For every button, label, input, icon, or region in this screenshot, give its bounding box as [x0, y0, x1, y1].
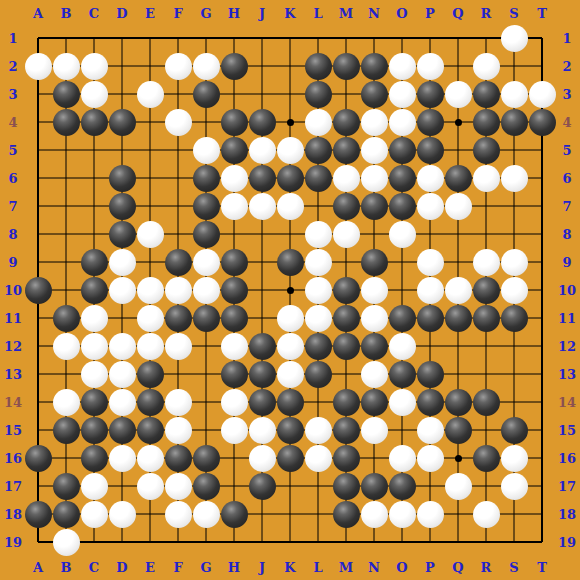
white-stone-O18: [389, 501, 416, 528]
white-stone-L15: [305, 417, 332, 444]
white-stone-H12: [221, 333, 248, 360]
col-label-bottom-E: E: [145, 561, 155, 574]
col-label-bottom-O: O: [396, 561, 407, 574]
col-label-top-G: G: [200, 7, 211, 20]
col-label-bottom-G: G: [200, 561, 211, 574]
go-client-window: { "game": "go", "board": { "size": 19, "…: [0, 0, 580, 580]
black-stone-B4: [53, 109, 80, 136]
star-point-K10: [287, 287, 294, 294]
white-stone-F18: [165, 501, 192, 528]
col-label-bottom-L: L: [313, 561, 322, 574]
row-label-right-13: 13: [558, 368, 576, 381]
white-stone-E3: [137, 81, 164, 108]
white-stone-H7: [221, 193, 248, 220]
black-stone-K16: [277, 445, 304, 472]
white-stone-E11: [137, 305, 164, 332]
col-label-top-A: A: [33, 7, 43, 20]
black-stone-C14: [81, 389, 108, 416]
black-stone-P11: [417, 305, 444, 332]
black-stone-R5: [473, 137, 500, 164]
black-stone-C9: [81, 249, 108, 276]
row-label-left-10: 10: [4, 284, 22, 297]
black-stone-F11: [165, 305, 192, 332]
white-stone-D18: [109, 501, 136, 528]
row-label-left-3: 3: [8, 88, 17, 101]
black-stone-M2: [333, 53, 360, 80]
white-stone-P2: [417, 53, 444, 80]
black-stone-Q15: [445, 417, 472, 444]
black-stone-M4: [333, 109, 360, 136]
white-stone-J5: [249, 137, 276, 164]
black-stone-N12: [361, 333, 388, 360]
white-stone-P15: [417, 417, 444, 444]
white-stone-D10: [109, 277, 136, 304]
white-stone-S9: [501, 249, 528, 276]
white-stone-D13: [109, 361, 136, 388]
black-stone-R14: [473, 389, 500, 416]
black-stone-B11: [53, 305, 80, 332]
row-label-left-17: 17: [4, 480, 22, 493]
black-stone-L12: [305, 333, 332, 360]
black-stone-J13: [249, 361, 276, 388]
black-stone-C15: [81, 417, 108, 444]
row-label-right-3: 3: [562, 88, 571, 101]
row-label-right-4: 4: [562, 116, 571, 129]
white-stone-H14: [221, 389, 248, 416]
col-label-bottom-T: T: [537, 561, 547, 574]
white-stone-G18: [193, 501, 220, 528]
white-stone-Q10: [445, 277, 472, 304]
black-stone-M15: [333, 417, 360, 444]
white-stone-R9: [473, 249, 500, 276]
white-stone-E8: [137, 221, 164, 248]
col-label-bottom-Q: Q: [452, 561, 463, 574]
white-stone-D12: [109, 333, 136, 360]
white-stone-E12: [137, 333, 164, 360]
black-stone-S11: [501, 305, 528, 332]
col-label-bottom-D: D: [116, 561, 127, 574]
col-label-top-P: P: [425, 7, 435, 20]
black-stone-J6: [249, 165, 276, 192]
black-stone-H5: [221, 137, 248, 164]
col-label-top-B: B: [61, 7, 72, 20]
white-stone-F2: [165, 53, 192, 80]
black-stone-F9: [165, 249, 192, 276]
row-label-left-13: 13: [4, 368, 22, 381]
white-stone-S17: [501, 473, 528, 500]
black-stone-M17: [333, 473, 360, 500]
white-stone-C2: [81, 53, 108, 80]
col-label-bottom-F: F: [173, 561, 182, 574]
black-stone-O6: [389, 165, 416, 192]
col-label-bottom-M: M: [339, 561, 353, 574]
white-stone-M6: [333, 165, 360, 192]
col-label-bottom-B: B: [61, 561, 72, 574]
white-stone-E17: [137, 473, 164, 500]
black-stone-G6: [193, 165, 220, 192]
white-stone-J15: [249, 417, 276, 444]
row-label-left-11: 11: [4, 312, 22, 325]
white-stone-J16: [249, 445, 276, 472]
black-stone-L2: [305, 53, 332, 80]
white-stone-H6: [221, 165, 248, 192]
white-stone-R6: [473, 165, 500, 192]
star-point-Q16: [455, 455, 462, 462]
white-stone-Q17: [445, 473, 472, 500]
black-stone-S4: [501, 109, 528, 136]
col-label-top-C: C: [89, 7, 99, 20]
white-stone-L16: [305, 445, 332, 472]
white-stone-J7: [249, 193, 276, 220]
row-label-left-5: 5: [8, 144, 17, 157]
black-stone-O17: [389, 473, 416, 500]
col-label-top-L: L: [313, 7, 322, 20]
white-stone-P7: [417, 193, 444, 220]
black-stone-O11: [389, 305, 416, 332]
white-stone-K11: [277, 305, 304, 332]
row-label-right-1: 1: [562, 32, 571, 45]
row-label-right-7: 7: [562, 200, 571, 213]
white-stone-O16: [389, 445, 416, 472]
black-stone-E15: [137, 417, 164, 444]
white-stone-R2: [473, 53, 500, 80]
row-label-right-5: 5: [562, 144, 571, 157]
row-label-left-14: 14: [4, 396, 22, 409]
black-stone-M11: [333, 305, 360, 332]
black-stone-H13: [221, 361, 248, 388]
col-label-top-H: H: [228, 7, 240, 20]
black-stone-J14: [249, 389, 276, 416]
black-stone-B18: [53, 501, 80, 528]
black-stone-O13: [389, 361, 416, 388]
row-label-left-8: 8: [8, 228, 17, 241]
black-stone-M18: [333, 501, 360, 528]
black-stone-M10: [333, 277, 360, 304]
col-label-bottom-A: A: [33, 561, 43, 574]
white-stone-O3: [389, 81, 416, 108]
row-label-right-2: 2: [562, 60, 571, 73]
white-stone-D14: [109, 389, 136, 416]
white-stone-T3: [529, 81, 556, 108]
black-stone-K9: [277, 249, 304, 276]
row-label-right-19: 19: [558, 536, 576, 549]
black-stone-P13: [417, 361, 444, 388]
col-label-bottom-H: H: [228, 561, 240, 574]
white-stone-C18: [81, 501, 108, 528]
white-stone-D9: [109, 249, 136, 276]
row-label-left-9: 9: [8, 256, 17, 269]
white-stone-N11: [361, 305, 388, 332]
go-board[interactable]: AABBCCDDEEFFGGHHJJKKLLMMNNOOPPQQRRSSTT11…: [0, 0, 580, 580]
black-stone-H2: [221, 53, 248, 80]
white-stone-G10: [193, 277, 220, 304]
black-stone-B15: [53, 417, 80, 444]
white-stone-S16: [501, 445, 528, 472]
black-stone-R11: [473, 305, 500, 332]
black-stone-P14: [417, 389, 444, 416]
white-stone-F15: [165, 417, 192, 444]
black-stone-P4: [417, 109, 444, 136]
black-stone-J4: [249, 109, 276, 136]
white-stone-C12: [81, 333, 108, 360]
row-label-right-6: 6: [562, 172, 571, 185]
black-stone-H9: [221, 249, 248, 276]
black-stone-N7: [361, 193, 388, 220]
white-stone-F12: [165, 333, 192, 360]
white-stone-B12: [53, 333, 80, 360]
black-stone-M16: [333, 445, 360, 472]
col-label-bottom-R: R: [481, 561, 492, 574]
white-stone-P16: [417, 445, 444, 472]
white-stone-G9: [193, 249, 220, 276]
white-stone-N18: [361, 501, 388, 528]
black-stone-G8: [193, 221, 220, 248]
col-label-top-N: N: [368, 7, 380, 20]
white-stone-K7: [277, 193, 304, 220]
black-stone-M7: [333, 193, 360, 220]
row-label-right-9: 9: [562, 256, 571, 269]
white-stone-F4: [165, 109, 192, 136]
black-stone-N2: [361, 53, 388, 80]
col-label-top-O: O: [396, 7, 407, 20]
white-stone-K13: [277, 361, 304, 388]
white-stone-S3: [501, 81, 528, 108]
black-stone-B17: [53, 473, 80, 500]
col-label-top-K: K: [284, 7, 295, 20]
col-label-bottom-N: N: [368, 561, 380, 574]
white-stone-C11: [81, 305, 108, 332]
black-stone-R4: [473, 109, 500, 136]
black-stone-P5: [417, 137, 444, 164]
black-stone-C16: [81, 445, 108, 472]
white-stone-H15: [221, 417, 248, 444]
white-stone-E10: [137, 277, 164, 304]
black-stone-Q6: [445, 165, 472, 192]
white-stone-Q3: [445, 81, 472, 108]
black-stone-T4: [529, 109, 556, 136]
white-stone-N5: [361, 137, 388, 164]
white-stone-L8: [305, 221, 332, 248]
black-stone-N9: [361, 249, 388, 276]
star-point-K4: [287, 119, 294, 126]
white-stone-R18: [473, 501, 500, 528]
white-stone-A2: [25, 53, 52, 80]
black-stone-J17: [249, 473, 276, 500]
black-stone-C4: [81, 109, 108, 136]
row-label-right-15: 15: [558, 424, 576, 437]
col-label-top-E: E: [145, 7, 155, 20]
black-stone-L6: [305, 165, 332, 192]
black-stone-M12: [333, 333, 360, 360]
col-label-top-M: M: [339, 7, 353, 20]
col-label-bottom-P: P: [425, 561, 435, 574]
black-stone-A10: [25, 277, 52, 304]
white-stone-S10: [501, 277, 528, 304]
col-label-bottom-K: K: [284, 561, 295, 574]
white-stone-E16: [137, 445, 164, 472]
black-stone-O7: [389, 193, 416, 220]
black-stone-G17: [193, 473, 220, 500]
white-stone-C13: [81, 361, 108, 388]
white-stone-S1: [501, 25, 528, 52]
row-label-right-17: 17: [558, 480, 576, 493]
black-stone-L5: [305, 137, 332, 164]
white-stone-N10: [361, 277, 388, 304]
black-stone-D7: [109, 193, 136, 220]
row-label-right-14: 14: [558, 396, 576, 409]
white-stone-F10: [165, 277, 192, 304]
row-label-right-16: 16: [558, 452, 576, 465]
white-stone-M8: [333, 221, 360, 248]
white-stone-P10: [417, 277, 444, 304]
white-stone-B19: [53, 529, 80, 556]
black-stone-N3: [361, 81, 388, 108]
white-stone-P6: [417, 165, 444, 192]
black-stone-K14: [277, 389, 304, 416]
black-stone-E13: [137, 361, 164, 388]
row-label-right-8: 8: [562, 228, 571, 241]
black-stone-J12: [249, 333, 276, 360]
black-stone-Q14: [445, 389, 472, 416]
black-stone-D8: [109, 221, 136, 248]
col-label-top-J: J: [259, 7, 265, 20]
black-stone-A16: [25, 445, 52, 472]
black-stone-M14: [333, 389, 360, 416]
black-stone-D4: [109, 109, 136, 136]
row-label-left-12: 12: [4, 340, 22, 353]
white-stone-O4: [389, 109, 416, 136]
white-stone-O12: [389, 333, 416, 360]
white-stone-O8: [389, 221, 416, 248]
black-stone-H10: [221, 277, 248, 304]
black-stone-K15: [277, 417, 304, 444]
white-stone-O2: [389, 53, 416, 80]
col-label-top-R: R: [481, 7, 492, 20]
white-stone-C3: [81, 81, 108, 108]
white-stone-L4: [305, 109, 332, 136]
col-label-top-F: F: [173, 7, 182, 20]
black-stone-B3: [53, 81, 80, 108]
col-label-bottom-C: C: [89, 561, 99, 574]
white-stone-G2: [193, 53, 220, 80]
black-stone-D15: [109, 417, 136, 444]
white-stone-B2: [53, 53, 80, 80]
star-point-Q4: [455, 119, 462, 126]
black-stone-G11: [193, 305, 220, 332]
row-label-left-2: 2: [8, 60, 17, 73]
row-label-left-6: 6: [8, 172, 17, 185]
col-label-top-D: D: [116, 7, 127, 20]
white-stone-N13: [361, 361, 388, 388]
row-label-left-15: 15: [4, 424, 22, 437]
white-stone-L10: [305, 277, 332, 304]
white-stone-Q7: [445, 193, 472, 220]
white-stone-L9: [305, 249, 332, 276]
white-stone-K12: [277, 333, 304, 360]
white-stone-N4: [361, 109, 388, 136]
black-stone-M5: [333, 137, 360, 164]
black-stone-G3: [193, 81, 220, 108]
white-stone-F17: [165, 473, 192, 500]
white-stone-O14: [389, 389, 416, 416]
black-stone-N14: [361, 389, 388, 416]
black-stone-O5: [389, 137, 416, 164]
black-stone-G16: [193, 445, 220, 472]
black-stone-G7: [193, 193, 220, 220]
row-label-right-10: 10: [558, 284, 576, 297]
black-stone-N17: [361, 473, 388, 500]
white-stone-C17: [81, 473, 108, 500]
col-label-top-S: S: [509, 7, 518, 20]
black-stone-Q11: [445, 305, 472, 332]
black-stone-D6: [109, 165, 136, 192]
black-stone-R10: [473, 277, 500, 304]
black-stone-L3: [305, 81, 332, 108]
white-stone-P9: [417, 249, 444, 276]
black-stone-H18: [221, 501, 248, 528]
white-stone-N15: [361, 417, 388, 444]
white-stone-B14: [53, 389, 80, 416]
row-label-left-7: 7: [8, 200, 17, 213]
col-label-bottom-J: J: [259, 561, 265, 574]
row-label-left-18: 18: [4, 508, 22, 521]
white-stone-P18: [417, 501, 444, 528]
row-label-left-16: 16: [4, 452, 22, 465]
row-label-right-12: 12: [558, 340, 576, 353]
white-stone-F14: [165, 389, 192, 416]
black-stone-F16: [165, 445, 192, 472]
white-stone-N6: [361, 165, 388, 192]
row-label-right-11: 11: [558, 312, 576, 325]
black-stone-S15: [501, 417, 528, 444]
white-stone-D16: [109, 445, 136, 472]
black-stone-R16: [473, 445, 500, 472]
row-label-right-18: 18: [558, 508, 576, 521]
black-stone-E14: [137, 389, 164, 416]
row-label-left-4: 4: [8, 116, 17, 129]
black-stone-L13: [305, 361, 332, 388]
black-stone-C10: [81, 277, 108, 304]
white-stone-S6: [501, 165, 528, 192]
white-stone-L11: [305, 305, 332, 332]
black-stone-R3: [473, 81, 500, 108]
col-label-bottom-S: S: [509, 561, 518, 574]
row-label-left-19: 19: [4, 536, 22, 549]
black-stone-K6: [277, 165, 304, 192]
black-stone-P3: [417, 81, 444, 108]
black-stone-H11: [221, 305, 248, 332]
col-label-top-Q: Q: [452, 7, 463, 20]
col-label-top-T: T: [537, 7, 547, 20]
row-label-left-1: 1: [8, 32, 17, 45]
white-stone-G5: [193, 137, 220, 164]
white-stone-K5: [277, 137, 304, 164]
black-stone-H4: [221, 109, 248, 136]
black-stone-A18: [25, 501, 52, 528]
